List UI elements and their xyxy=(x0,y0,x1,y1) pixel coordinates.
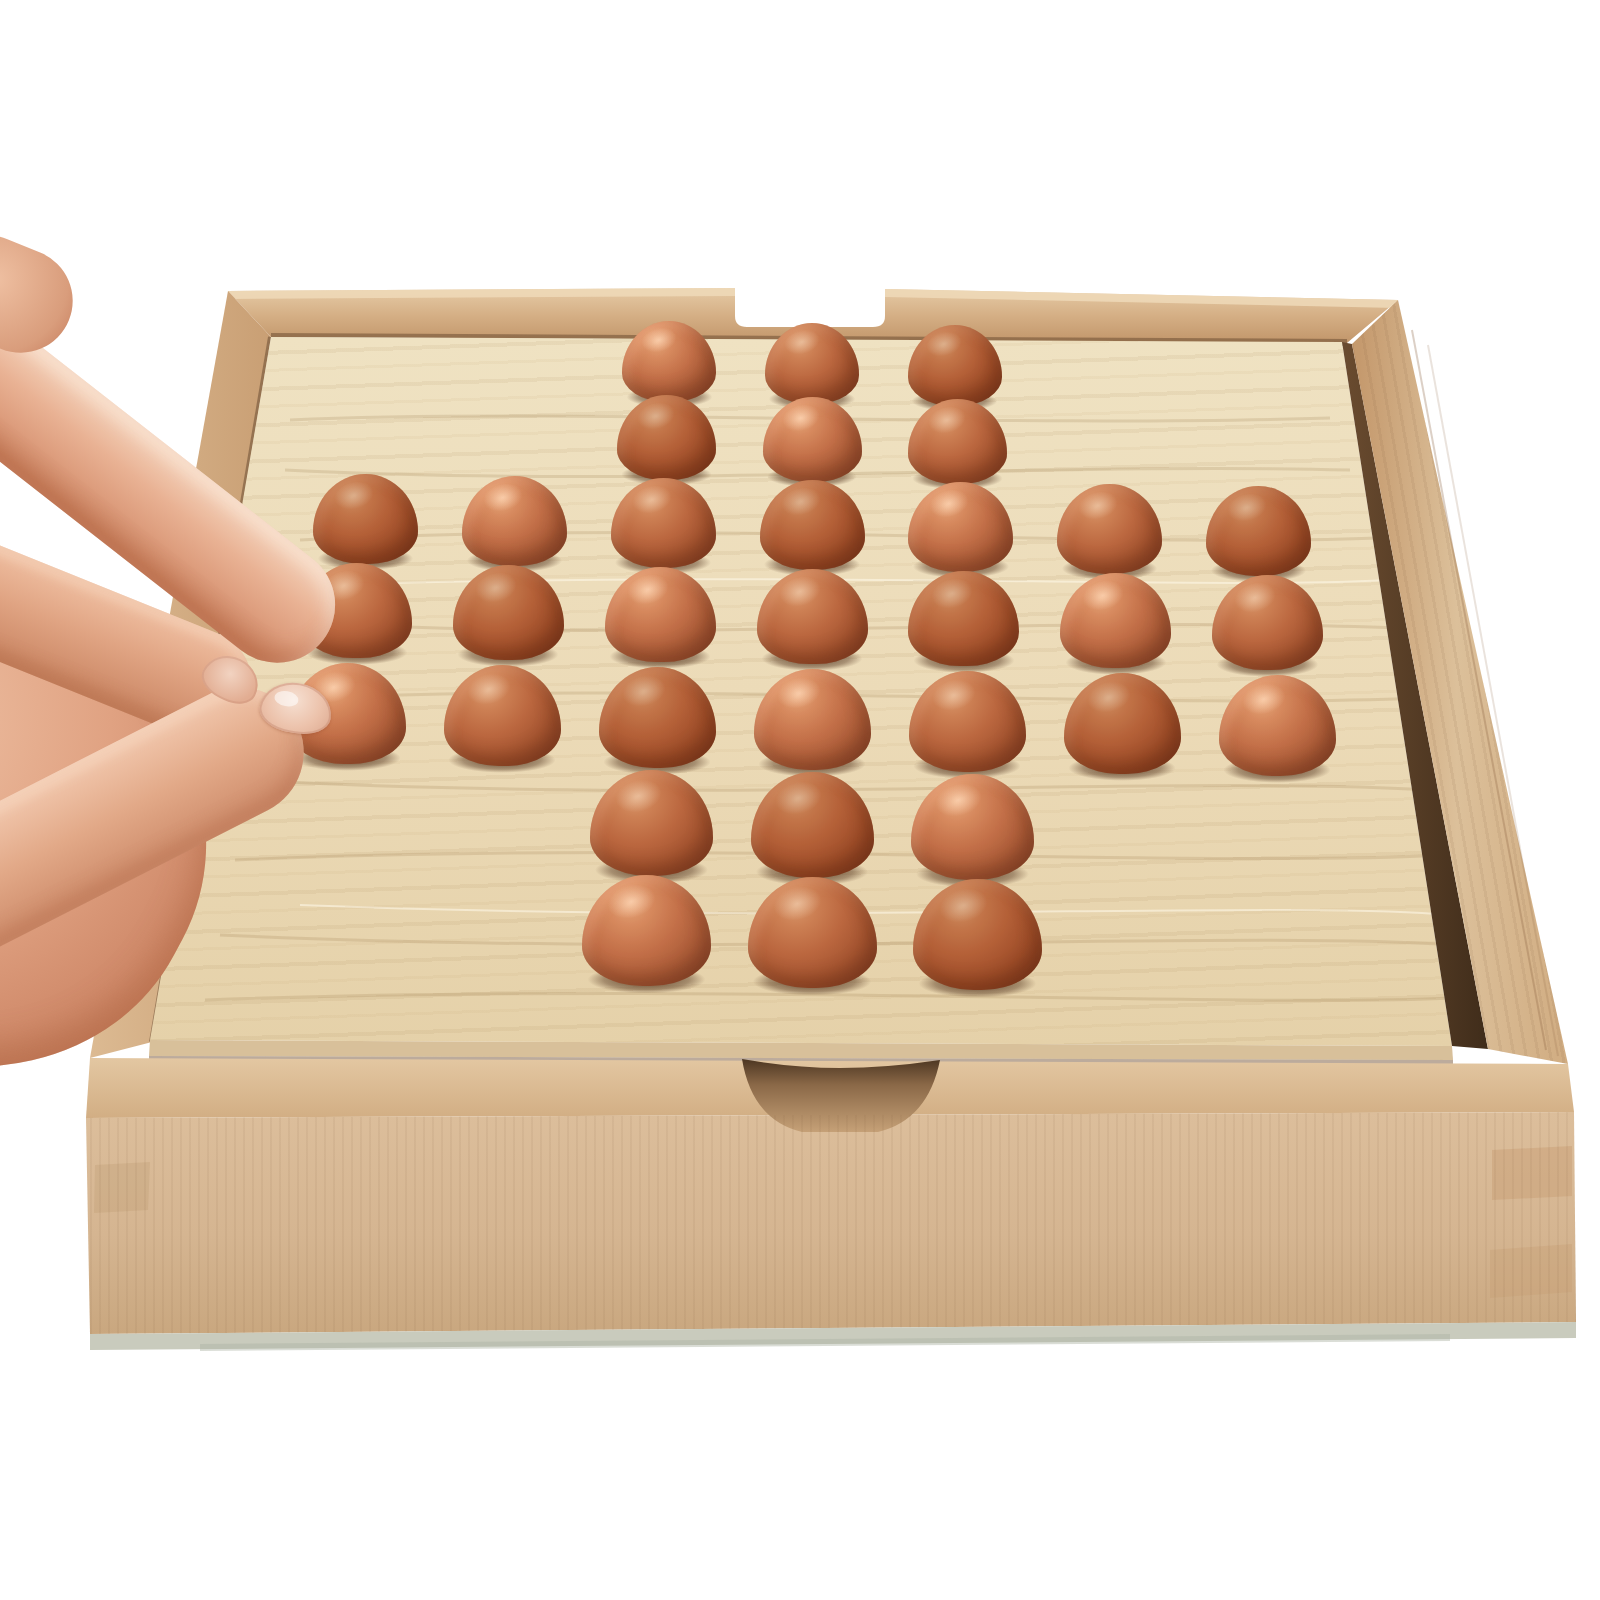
product-photo-scene xyxy=(0,0,1600,1600)
far-fingertip xyxy=(0,220,88,369)
hand xyxy=(0,0,1600,1600)
